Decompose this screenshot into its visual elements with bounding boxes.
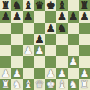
square-h8[interactable]: ♜ — [79, 0, 90, 11]
black-pawn-icon[interactable]: ♟ — [1, 11, 10, 22]
square-a8[interactable]: ♜ — [0, 0, 11, 11]
white-pawn-icon[interactable]: ♟ — [57, 68, 66, 79]
square-d2[interactable] — [34, 68, 45, 79]
square-b7[interactable]: ♟ — [11, 11, 22, 22]
white-pawn-icon[interactable]: ♟ — [80, 68, 89, 79]
square-c4[interactable]: ♟ — [23, 45, 34, 56]
white-pawn-icon[interactable]: ♟ — [35, 45, 44, 56]
square-g1[interactable]: ♞ — [68, 79, 79, 90]
square-d7[interactable] — [34, 11, 45, 22]
square-f5[interactable] — [56, 34, 67, 45]
square-f7[interactable]: ♟ — [56, 11, 67, 22]
black-pawn-icon[interactable]: ♟ — [80, 11, 89, 22]
square-d1[interactable]: ♛ — [34, 79, 45, 90]
square-g6[interactable] — [68, 23, 79, 34]
square-e2[interactable]: ♟ — [45, 68, 56, 79]
white-pawn-icon[interactable]: ♟ — [46, 68, 55, 79]
black-pawn-icon[interactable]: ♟ — [57, 11, 66, 22]
square-g8[interactable] — [68, 0, 79, 11]
square-f2[interactable]: ♟ — [56, 68, 67, 79]
black-knight-icon[interactable]: ♞ — [12, 0, 21, 11]
white-bishop-icon[interactable]: ♝ — [23, 79, 32, 90]
white-knight-icon[interactable]: ♞ — [12, 79, 21, 90]
square-g7[interactable]: ♟ — [68, 11, 79, 22]
square-c2[interactable] — [23, 68, 34, 79]
square-h4[interactable] — [79, 45, 90, 56]
black-pawn-icon[interactable]: ♟ — [68, 11, 77, 22]
square-f6[interactable]: ♞ — [56, 23, 67, 34]
square-h7[interactable]: ♟ — [79, 11, 90, 22]
white-rook-icon[interactable]: ♜ — [1, 79, 10, 90]
square-h2[interactable]: ♟ — [79, 68, 90, 79]
square-c7[interactable]: ♟ — [23, 11, 34, 22]
white-pawn-icon[interactable]: ♟ — [68, 56, 77, 67]
square-g5[interactable] — [68, 34, 79, 45]
square-a5[interactable] — [0, 34, 11, 45]
black-pawn-icon[interactable]: ♟ — [23, 11, 32, 22]
chess-board: ♜♞♝♛♚♝♜♟♟♟♟♟♟♟♞♟♟♟♟♟♟♟♟♟♜♞♝♛♚♝♞♜ — [0, 0, 90, 90]
square-a6[interactable] — [0, 23, 11, 34]
square-e1[interactable]: ♚ — [45, 79, 56, 90]
square-e8[interactable]: ♚ — [45, 0, 56, 11]
black-pawn-icon[interactable]: ♟ — [12, 11, 21, 22]
square-g3[interactable]: ♟ — [68, 56, 79, 67]
square-f3[interactable] — [56, 56, 67, 67]
square-g2[interactable] — [68, 68, 79, 79]
white-queen-icon[interactable]: ♛ — [35, 79, 44, 90]
square-a7[interactable]: ♟ — [0, 11, 11, 22]
square-h3[interactable] — [79, 56, 90, 67]
square-c8[interactable]: ♝ — [23, 0, 34, 11]
black-pawn-icon[interactable]: ♟ — [35, 34, 44, 45]
square-h6[interactable] — [79, 23, 90, 34]
black-bishop-icon[interactable]: ♝ — [57, 0, 66, 11]
square-a4[interactable] — [0, 45, 11, 56]
square-e6[interactable]: ♟ — [45, 23, 56, 34]
square-b6[interactable] — [11, 23, 22, 34]
square-d4[interactable]: ♟ — [34, 45, 45, 56]
square-h5[interactable] — [79, 34, 90, 45]
square-c3[interactable] — [23, 56, 34, 67]
square-f8[interactable]: ♝ — [56, 0, 67, 11]
black-rook-icon[interactable]: ♜ — [1, 0, 10, 11]
square-d8[interactable]: ♛ — [34, 0, 45, 11]
square-c6[interactable] — [23, 23, 34, 34]
black-rook-icon[interactable]: ♜ — [80, 0, 89, 11]
white-knight-icon[interactable]: ♞ — [68, 79, 77, 90]
square-c5[interactable] — [23, 34, 34, 45]
square-g4[interactable] — [68, 45, 79, 56]
square-f1[interactable]: ♝ — [56, 79, 67, 90]
square-b2[interactable]: ♟ — [11, 68, 22, 79]
white-bishop-icon[interactable]: ♝ — [57, 79, 66, 90]
square-b8[interactable]: ♞ — [11, 0, 22, 11]
black-queen-icon[interactable]: ♛ — [35, 0, 44, 11]
square-c1[interactable]: ♝ — [23, 79, 34, 90]
white-rook-icon[interactable]: ♜ — [80, 79, 89, 90]
white-pawn-icon[interactable]: ♟ — [1, 68, 10, 79]
square-a3[interactable] — [0, 56, 11, 67]
square-e3[interactable] — [45, 56, 56, 67]
square-e7[interactable] — [45, 11, 56, 22]
white-pawn-icon[interactable]: ♟ — [23, 45, 32, 56]
square-a1[interactable]: ♜ — [0, 79, 11, 90]
square-b3[interactable] — [11, 56, 22, 67]
black-bishop-icon[interactable]: ♝ — [23, 0, 32, 11]
square-d3[interactable] — [34, 56, 45, 67]
square-e5[interactable] — [45, 34, 56, 45]
square-b5[interactable] — [11, 34, 22, 45]
black-pawn-icon[interactable]: ♟ — [46, 23, 55, 34]
square-e4[interactable] — [45, 45, 56, 56]
square-b4[interactable] — [11, 45, 22, 56]
square-a2[interactable]: ♟ — [0, 68, 11, 79]
white-pawn-icon[interactable]: ♟ — [12, 68, 21, 79]
square-b1[interactable]: ♞ — [11, 79, 22, 90]
square-d5[interactable]: ♟ — [34, 34, 45, 45]
square-h1[interactable]: ♜ — [79, 79, 90, 90]
black-knight-icon[interactable]: ♞ — [57, 23, 66, 34]
square-d6[interactable] — [34, 23, 45, 34]
black-king-icon[interactable]: ♚ — [46, 0, 55, 11]
square-f4[interactable] — [56, 45, 67, 56]
white-king-icon[interactable]: ♚ — [46, 79, 55, 90]
